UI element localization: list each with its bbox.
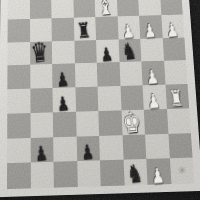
white-pawn-g1: ♟ bbox=[151, 165, 166, 187]
black-knight-f1: ♞ bbox=[126, 161, 144, 188]
square-f3: ♚ bbox=[121, 109, 145, 134]
square-b4 bbox=[30, 88, 53, 113]
square-f4 bbox=[120, 85, 144, 110]
square-e5 bbox=[97, 62, 120, 86]
square-c3 bbox=[53, 111, 76, 136]
square-c6 bbox=[52, 40, 75, 64]
square-b5 bbox=[30, 64, 53, 88]
square-f6: ♞ bbox=[118, 38, 141, 62]
square-f7: ♟ bbox=[117, 16, 140, 39]
square-g8 bbox=[138, 0, 161, 16]
square-a8 bbox=[8, 0, 30, 19]
square-f5 bbox=[119, 62, 142, 86]
chess-photo-scene: ♝♜♟♟♟♛♟♞♟♟♟♟♜♚♟♟♞♟✳ bbox=[0, 0, 200, 200]
square-d5 bbox=[74, 63, 97, 87]
square-g1: ♟ bbox=[146, 158, 171, 184]
chess-board: ♝♜♟♟♟♛♟♞♟♟♟♟♜♚♟♟♞♟✳ bbox=[0, 0, 200, 197]
square-b3 bbox=[30, 112, 53, 137]
square-e1 bbox=[100, 160, 124, 186]
square-e7 bbox=[95, 16, 118, 39]
square-c7 bbox=[51, 17, 73, 40]
square-e6: ♟ bbox=[96, 39, 119, 63]
white-king-f3: ♚ bbox=[122, 107, 143, 137]
square-d7: ♜ bbox=[73, 17, 96, 40]
square-b2: ♟ bbox=[30, 137, 53, 163]
square-g5: ♟ bbox=[141, 61, 165, 85]
square-h1: ✳ bbox=[169, 158, 194, 184]
square-a4 bbox=[7, 89, 30, 114]
square-g6 bbox=[140, 38, 163, 62]
square-g3 bbox=[144, 109, 168, 134]
square-b8 bbox=[29, 0, 51, 19]
square-h3 bbox=[166, 108, 190, 133]
square-c5: ♟ bbox=[52, 64, 75, 88]
square-h4: ♜ bbox=[165, 84, 189, 109]
square-b1 bbox=[30, 162, 54, 188]
square-c2 bbox=[53, 136, 77, 162]
square-g4: ♟ bbox=[143, 85, 167, 110]
square-c8 bbox=[51, 0, 73, 18]
square-g2 bbox=[145, 133, 169, 159]
board-grid: ♝♜♟♟♟♛♟♞♟♟♟♟♜♚♟♟♞♟✳ bbox=[7, 0, 194, 189]
square-a1 bbox=[7, 163, 30, 189]
square-b7 bbox=[30, 18, 52, 41]
square-d2: ♟ bbox=[76, 135, 100, 161]
square-b6: ♛ bbox=[30, 41, 52, 65]
square-a3 bbox=[7, 113, 30, 138]
square-c4: ♟ bbox=[52, 87, 75, 112]
square-d8 bbox=[73, 0, 95, 17]
square-e2 bbox=[99, 135, 123, 161]
square-g7: ♟ bbox=[139, 15, 162, 38]
square-h5 bbox=[164, 60, 188, 84]
square-f8 bbox=[116, 0, 139, 16]
square-a2 bbox=[7, 138, 30, 164]
starburst-marking-h1: ✳ bbox=[169, 158, 194, 184]
square-a7 bbox=[8, 19, 30, 43]
black-rook-d7: ♜ bbox=[76, 20, 92, 42]
square-d3 bbox=[76, 111, 100, 136]
square-d1 bbox=[77, 161, 101, 187]
square-e4 bbox=[98, 86, 122, 111]
black-knight-f6: ♞ bbox=[121, 40, 138, 64]
square-a5 bbox=[7, 65, 30, 89]
square-f2 bbox=[122, 134, 146, 160]
black-queen-b6: ♛ bbox=[30, 39, 49, 67]
white-rook-h4: ♜ bbox=[168, 87, 185, 111]
square-h8 bbox=[160, 0, 183, 15]
square-h7: ♟ bbox=[161, 14, 184, 37]
square-h6 bbox=[162, 37, 186, 61]
square-d4 bbox=[75, 87, 98, 112]
square-a6 bbox=[7, 42, 29, 66]
square-e3 bbox=[98, 110, 122, 135]
square-e8: ♝ bbox=[95, 0, 118, 17]
square-f1: ♞ bbox=[123, 159, 147, 185]
square-h2 bbox=[168, 133, 193, 159]
square-c1 bbox=[54, 161, 78, 187]
square-d6 bbox=[74, 40, 97, 64]
